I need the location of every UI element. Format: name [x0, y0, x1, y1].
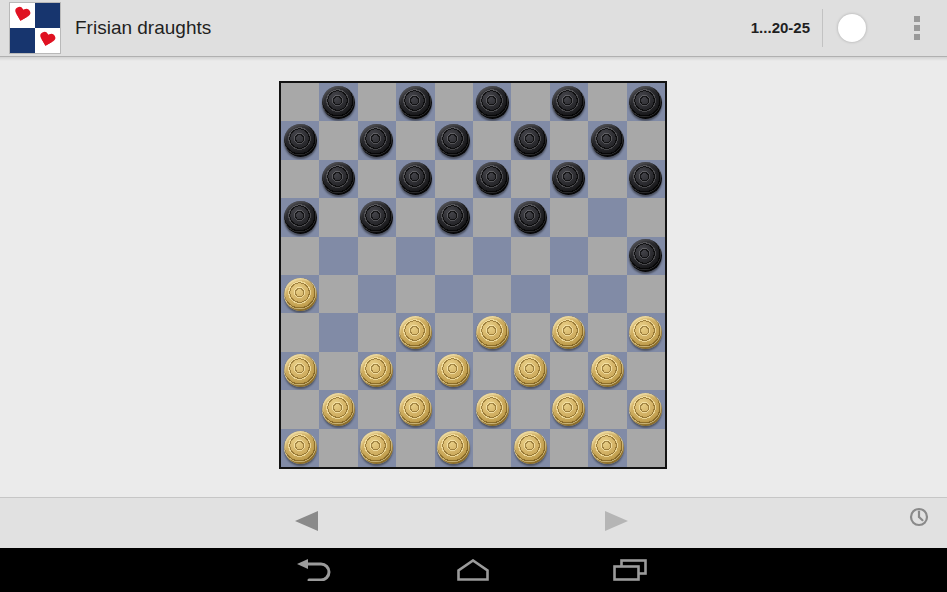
black-man[interactable]: [476, 86, 509, 119]
square-21[interactable]: [319, 237, 357, 275]
actionbar-shadow: [0, 57, 947, 61]
black-man[interactable]: [591, 124, 624, 157]
light-square: [627, 121, 665, 159]
white-man[interactable]: [437, 354, 470, 387]
square-17[interactable]: [358, 198, 396, 236]
light-square: [435, 237, 473, 275]
black-man[interactable]: [399, 162, 432, 195]
black-man[interactable]: [322, 162, 355, 195]
black-man[interactable]: [552, 162, 585, 195]
square-50[interactable]: [588, 429, 626, 467]
white-man[interactable]: [514, 354, 547, 387]
square-7[interactable]: [358, 121, 396, 159]
square-12[interactable]: [396, 160, 434, 198]
square-2[interactable]: [396, 83, 434, 121]
light-square: [281, 237, 319, 275]
square-23[interactable]: [473, 237, 511, 275]
light-square: [511, 160, 549, 198]
light-square: [281, 160, 319, 198]
black-man[interactable]: [629, 162, 662, 195]
square-28[interactable]: [435, 275, 473, 313]
square-20[interactable]: [588, 198, 626, 236]
square-13[interactable]: [473, 160, 511, 198]
light-square: [396, 121, 434, 159]
next-move-button[interactable]: [605, 511, 628, 531]
light-square: [550, 429, 588, 467]
black-man[interactable]: [360, 201, 393, 234]
square-3[interactable]: [473, 83, 511, 121]
square-5[interactable]: [627, 83, 665, 121]
white-man[interactable]: [591, 431, 624, 464]
square-26[interactable]: [281, 275, 319, 313]
square-49[interactable]: [511, 429, 549, 467]
square-42[interactable]: [396, 390, 434, 428]
square-11[interactable]: [319, 160, 357, 198]
overflow-menu-icon[interactable]: [900, 0, 934, 56]
square-44[interactable]: [550, 390, 588, 428]
last-move-label: 1...20-25: [751, 0, 810, 56]
light-square: [281, 313, 319, 351]
white-man[interactable]: [284, 354, 317, 387]
light-square: [396, 429, 434, 467]
light-square: [627, 275, 665, 313]
white-man[interactable]: [552, 393, 585, 426]
black-man[interactable]: [629, 239, 662, 272]
square-45[interactable]: [627, 390, 665, 428]
light-square: [435, 390, 473, 428]
recents-icon[interactable]: [612, 559, 648, 581]
light-square: [627, 352, 665, 390]
square-38[interactable]: [435, 352, 473, 390]
square-35[interactable]: [627, 313, 665, 351]
app-icon-quadrant: [10, 3, 35, 28]
white-man[interactable]: [399, 393, 432, 426]
light-square: [319, 275, 357, 313]
light-square: [358, 313, 396, 351]
white-man[interactable]: [284, 431, 317, 464]
white-man[interactable]: [552, 316, 585, 349]
light-square: [319, 429, 357, 467]
square-34[interactable]: [550, 313, 588, 351]
light-square: [588, 160, 626, 198]
white-man[interactable]: [360, 354, 393, 387]
app-icon-quadrant: [35, 3, 60, 28]
light-square: [473, 121, 511, 159]
white-man[interactable]: [514, 431, 547, 464]
white-man[interactable]: [360, 431, 393, 464]
square-10[interactable]: [588, 121, 626, 159]
white-man[interactable]: [591, 354, 624, 387]
light-square: [473, 429, 511, 467]
light-square: [511, 390, 549, 428]
previous-move-button[interactable]: [295, 511, 318, 531]
square-25[interactable]: [627, 237, 665, 275]
light-square: [473, 198, 511, 236]
square-6[interactable]: [281, 121, 319, 159]
light-square: [550, 275, 588, 313]
white-man[interactable]: [476, 393, 509, 426]
square-48[interactable]: [435, 429, 473, 467]
black-man[interactable]: [437, 124, 470, 157]
app-title: Frisian draughts: [75, 0, 211, 56]
light-square: [358, 83, 396, 121]
black-man[interactable]: [552, 86, 585, 119]
square-30[interactable]: [588, 275, 626, 313]
square-47[interactable]: [358, 429, 396, 467]
black-man[interactable]: [514, 124, 547, 157]
light-square: [550, 198, 588, 236]
square-36[interactable]: [281, 352, 319, 390]
draughts-board: [279, 81, 667, 469]
frisian-heart-icon: [12, 6, 31, 24]
white-man[interactable]: [399, 316, 432, 349]
light-square: [396, 198, 434, 236]
black-man[interactable]: [629, 86, 662, 119]
square-43[interactable]: [473, 390, 511, 428]
light-square: [511, 237, 549, 275]
black-man[interactable]: [437, 201, 470, 234]
square-14[interactable]: [550, 160, 588, 198]
square-9[interactable]: [511, 121, 549, 159]
light-square: [588, 313, 626, 351]
white-man[interactable]: [284, 278, 317, 311]
clock-icon[interactable]: [908, 506, 930, 528]
square-41[interactable]: [319, 390, 357, 428]
home-icon[interactable]: [456, 559, 490, 581]
square-37[interactable]: [358, 352, 396, 390]
light-square: [396, 352, 434, 390]
square-33[interactable]: [473, 313, 511, 351]
square-22[interactable]: [396, 237, 434, 275]
square-29[interactable]: [511, 275, 549, 313]
square-46[interactable]: [281, 429, 319, 467]
black-man[interactable]: [284, 124, 317, 157]
light-square: [435, 83, 473, 121]
white-man[interactable]: [629, 316, 662, 349]
app-icon: [10, 3, 60, 53]
action-bar: Frisian draughts 1...20-25: [0, 0, 947, 57]
black-man[interactable]: [360, 124, 393, 157]
black-man[interactable]: [476, 162, 509, 195]
light-square: [358, 390, 396, 428]
light-square: [358, 160, 396, 198]
square-1[interactable]: [319, 83, 357, 121]
black-man[interactable]: [284, 201, 317, 234]
light-square: [435, 313, 473, 351]
light-square: [511, 313, 549, 351]
light-square: [511, 83, 549, 121]
light-square: [473, 275, 511, 313]
light-square: [550, 352, 588, 390]
light-square: [588, 83, 626, 121]
light-square: [588, 237, 626, 275]
square-27[interactable]: [358, 275, 396, 313]
square-8[interactable]: [435, 121, 473, 159]
square-18[interactable]: [435, 198, 473, 236]
light-square: [281, 390, 319, 428]
square-15[interactable]: [627, 160, 665, 198]
turn-indicator-white: [838, 14, 866, 42]
white-man[interactable]: [437, 431, 470, 464]
white-man[interactable]: [629, 393, 662, 426]
square-4[interactable]: [550, 83, 588, 121]
android-nav-bar: [0, 548, 947, 592]
light-square: [396, 275, 434, 313]
light-square: [319, 121, 357, 159]
square-40[interactable]: [588, 352, 626, 390]
app-icon-quadrant: [35, 28, 60, 53]
light-square: [588, 390, 626, 428]
light-square: [627, 429, 665, 467]
square-16[interactable]: [281, 198, 319, 236]
black-man[interactable]: [514, 201, 547, 234]
back-icon[interactable]: [296, 559, 332, 581]
white-man[interactable]: [322, 393, 355, 426]
light-square: [435, 160, 473, 198]
light-square: [319, 198, 357, 236]
square-39[interactable]: [511, 352, 549, 390]
light-square: [627, 198, 665, 236]
light-square: [473, 352, 511, 390]
white-man[interactable]: [476, 316, 509, 349]
light-square: [319, 352, 357, 390]
square-31[interactable]: [319, 313, 357, 351]
light-square: [550, 121, 588, 159]
light-square: [358, 237, 396, 275]
square-32[interactable]: [396, 313, 434, 351]
frisian-heart-icon: [37, 31, 56, 49]
actionbar-divider: [822, 9, 823, 47]
square-24[interactable]: [550, 237, 588, 275]
app-icon-quadrant: [10, 28, 35, 53]
square-19[interactable]: [511, 198, 549, 236]
black-man[interactable]: [399, 86, 432, 119]
light-square: [281, 83, 319, 121]
black-man[interactable]: [322, 86, 355, 119]
app-screen: Frisian draughts 1...20-25: [0, 0, 947, 592]
move-nav-bar: [0, 497, 947, 549]
